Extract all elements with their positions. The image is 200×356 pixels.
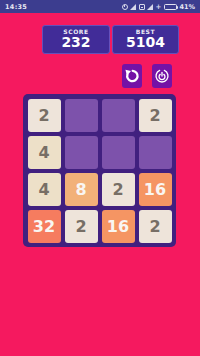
tile-4: 4 — [28, 136, 61, 169]
tile-2: 2 — [139, 99, 172, 132]
best-label: BEST — [136, 29, 156, 36]
alarm-clock-icon — [122, 4, 128, 10]
empty-cell — [65, 136, 98, 169]
best-value: 5104 — [126, 35, 165, 50]
battery-icon — [164, 4, 177, 10]
score-label: SCORE — [63, 29, 89, 36]
empty-cell — [139, 136, 172, 169]
empty-cell — [65, 99, 98, 132]
restart-button[interactable] — [152, 64, 172, 88]
tile-16: 16 — [102, 210, 135, 243]
power-restart-icon — [154, 68, 170, 84]
undo-button[interactable] — [122, 64, 142, 88]
signal-strength-icon-2 — [147, 4, 153, 10]
score-box: SCORE 232 — [42, 25, 110, 54]
tile-8: 8 — [65, 173, 98, 206]
clock-time: 14:35 — [5, 3, 27, 11]
network-type-icon — [139, 4, 145, 10]
best-box: BEST 5104 — [112, 25, 179, 54]
tile-4: 4 — [28, 173, 61, 206]
battery-percent: 41% — [179, 3, 195, 11]
signal-strength-icon — [130, 4, 136, 10]
status-icons: + 41% — [122, 3, 195, 11]
tile-16: 16 — [139, 173, 172, 206]
tile-2: 2 — [65, 210, 98, 243]
tile-2: 2 — [102, 173, 135, 206]
game-board[interactable]: 22448216322162 — [23, 94, 176, 247]
tile-2: 2 — [139, 210, 172, 243]
tile-32: 32 — [28, 210, 61, 243]
phone-screen: 14:35 + 41% SCORE 232 BEST 5104 — [0, 0, 200, 356]
plus-icon: + — [156, 4, 162, 10]
tile-2: 2 — [28, 99, 61, 132]
empty-cell — [102, 136, 135, 169]
undo-arrow-icon — [124, 68, 140, 84]
score-value: 232 — [61, 35, 90, 50]
empty-cell — [102, 99, 135, 132]
status-bar: 14:35 + 41% — [0, 0, 200, 13]
